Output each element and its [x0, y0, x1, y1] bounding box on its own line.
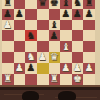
square-h5[interactable] [83, 30, 95, 41]
square-b4[interactable] [14, 41, 26, 52]
square-f2[interactable]: ♟ [60, 63, 72, 74]
wooden-table-background [0, 85, 100, 100]
square-d8[interactable]: ♛ [37, 0, 49, 9]
square-h7[interactable]: ♟ [83, 9, 95, 20]
square-b1[interactable] [14, 74, 26, 85]
white-pawn-f2[interactable]: ♟ [60, 63, 72, 74]
captured-piece-shadow [58, 91, 76, 100]
white-queen-e3[interactable]: ♛ [49, 52, 61, 63]
square-g6[interactable] [72, 20, 84, 31]
square-a7[interactable]: ♟ [2, 9, 14, 20]
square-e5[interactable]: ♟ [49, 30, 61, 41]
square-h4[interactable] [83, 41, 95, 52]
square-b5[interactable] [14, 30, 26, 41]
white-rook-e1[interactable]: ♜ [49, 74, 61, 85]
square-b6[interactable] [14, 20, 26, 31]
square-f1[interactable] [60, 74, 72, 85]
square-c1[interactable] [25, 74, 37, 85]
square-d6[interactable] [37, 20, 49, 31]
square-g4[interactable] [72, 41, 84, 52]
square-f5[interactable] [60, 30, 72, 41]
white-pawn-d3[interactable]: ♟ [37, 52, 49, 63]
square-h1[interactable] [83, 74, 95, 85]
black-pawn-c2[interactable]: ♟ [25, 63, 37, 74]
square-f4[interactable]: ♝ [60, 41, 72, 52]
square-b7[interactable]: ♟ [14, 9, 26, 20]
black-king-e8[interactable]: ♚ [49, 0, 61, 9]
black-pawn-h7[interactable]: ♟ [83, 9, 95, 20]
square-e7[interactable] [49, 9, 61, 20]
square-c5[interactable]: ♞ [25, 30, 37, 41]
white-bishop-f4[interactable]: ♝ [60, 41, 72, 52]
square-h6[interactable] [83, 20, 95, 31]
square-a1[interactable]: ♜ [2, 74, 14, 85]
square-a5[interactable] [2, 30, 14, 41]
black-bishop-e6[interactable]: ♝ [49, 20, 61, 31]
square-d5[interactable] [37, 30, 49, 41]
square-c2[interactable]: ♟ [25, 63, 37, 74]
board-shadow [0, 87, 100, 90]
square-g5[interactable] [72, 30, 84, 41]
square-e8[interactable]: ♚ [49, 0, 61, 9]
square-g1[interactable]: ♚ [72, 74, 84, 85]
black-pawn-b7[interactable]: ♟ [14, 9, 26, 20]
chess-board[interactable]: ♜♛♚♝♞♜♟♟♟♟♟♟♝♞♟♝♞♟♛♟♟♟♟♟♜♜♚ [2, 0, 95, 86]
black-pawn-g7[interactable]: ♟ [72, 9, 84, 20]
square-e6[interactable]: ♝ [49, 20, 61, 31]
black-pawn-f7[interactable]: ♟ [60, 9, 72, 20]
square-a6[interactable]: ♟ [2, 20, 14, 31]
captured-piece-shadow [22, 91, 39, 100]
square-c6[interactable] [25, 20, 37, 31]
square-h2[interactable]: ♟ [83, 63, 95, 74]
black-knight-c5[interactable]: ♞ [25, 30, 37, 41]
square-d3[interactable]: ♟ [37, 52, 49, 63]
square-e1[interactable]: ♜ [49, 74, 61, 85]
square-a4[interactable] [2, 41, 14, 52]
square-a3[interactable] [2, 52, 14, 63]
square-d7[interactable] [37, 9, 49, 20]
chess-app-screenshot: ♜♛♚♝♞♜♟♟♟♟♟♟♝♞♟♝♞♟♛♟♟♟♟♟♜♜♚ [0, 0, 100, 100]
black-pawn-a7[interactable]: ♟ [2, 9, 14, 20]
square-c7[interactable] [25, 9, 37, 20]
white-pawn-a6[interactable]: ♟ [2, 20, 14, 31]
square-g7[interactable]: ♟ [72, 9, 84, 20]
white-king-g1[interactable]: ♚ [72, 74, 84, 85]
black-queen-d8[interactable]: ♛ [37, 0, 49, 9]
square-f7[interactable]: ♟ [60, 9, 72, 20]
square-f6[interactable] [60, 20, 72, 31]
square-d1[interactable] [37, 74, 49, 85]
square-e3[interactable]: ♛ [49, 52, 61, 63]
square-b2[interactable]: ♟ [14, 63, 26, 74]
black-pawn-e5[interactable]: ♟ [49, 30, 61, 41]
white-pawn-h2[interactable]: ♟ [83, 63, 95, 74]
white-pawn-b2[interactable]: ♟ [14, 63, 26, 74]
square-c8[interactable] [25, 0, 37, 9]
white-rook-a1[interactable]: ♜ [2, 74, 14, 85]
square-d2[interactable] [37, 63, 49, 74]
